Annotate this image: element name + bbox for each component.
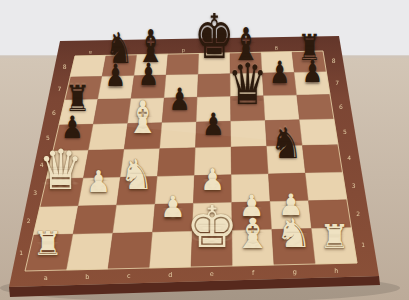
white-king-e1[interactable]: ♚♚ — [185, 199, 238, 256]
square-f4[interactable] — [231, 146, 268, 174]
black-pawn-d6[interactable]: ♟♟ — [169, 84, 191, 115]
file-label-top-g: g — [275, 45, 278, 52]
piece-reflection: ♛ — [38, 164, 83, 192]
square-c1[interactable] — [108, 232, 153, 269]
rank-label-left-2: 2 — [27, 217, 31, 224]
file-label-bottom-b: b — [85, 273, 89, 281]
rank-label-left-3: 3 — [33, 189, 37, 196]
rank-label-left-1: 1 — [19, 249, 23, 256]
rank-label-right-1: 1 — [361, 241, 365, 248]
piece-reflection: ♟ — [169, 96, 191, 111]
piece-reflection: ♟ — [269, 70, 290, 85]
file-label-bottom-h: h — [334, 267, 338, 275]
piece-reflection: ♟ — [87, 179, 111, 194]
piece-reflection: ♝ — [126, 113, 159, 136]
rank-label-left-7: 7 — [58, 85, 62, 92]
piece-reflection: ♜ — [33, 239, 63, 255]
white-pawn-b3[interactable]: ♟♟ — [87, 167, 111, 197]
rank-label-left-8: 8 — [63, 63, 67, 70]
white-rook-h1[interactable]: ♜♜ — [320, 220, 350, 253]
square-b2[interactable] — [73, 205, 117, 234]
white-bishop-c5[interactable]: ♝♝ — [126, 96, 159, 141]
square-h4[interactable] — [302, 145, 342, 173]
square-h3[interactable] — [305, 172, 346, 200]
white-knight-g1[interactable]: ♞♞ — [275, 214, 312, 254]
piece-reflection: ♛ — [228, 78, 268, 107]
black-pawn-e5[interactable]: ♟♟ — [202, 109, 225, 140]
piece-reflection: ♟ — [160, 205, 185, 220]
piece-reflection: ♟ — [105, 73, 126, 88]
piece-reflection: ♟ — [200, 176, 224, 191]
piece-reflection: ♝ — [234, 229, 273, 250]
file-label-bottom-c: c — [127, 272, 131, 280]
rank-label-right-2: 2 — [356, 210, 360, 217]
file-label-bottom-a: a — [44, 274, 48, 282]
black-queen-f6[interactable]: ♛♛ — [228, 56, 268, 113]
rank-label-right-8: 8 — [332, 57, 336, 64]
piece-reflection: ♞ — [270, 139, 303, 160]
piece-reflection: ♞ — [275, 229, 312, 249]
rank-label-right-3: 3 — [352, 182, 356, 189]
file-label-top-a: a — [89, 50, 92, 56]
rank-label-right-7: 7 — [335, 79, 339, 86]
rank-label-left-6: 6 — [52, 109, 56, 116]
white-queen-a3[interactable]: ♛♛ — [38, 143, 83, 198]
rank-label-right-5: 5 — [343, 128, 347, 135]
rank-label-right-4: 4 — [347, 154, 351, 161]
black-pawn-b7[interactable]: ♟♟ — [105, 61, 126, 92]
chessboard-photo-scene: aabbccddeeffgghh8877665544332211 ♞♞♝♝♚♚♝… — [0, 0, 409, 300]
piece-reflection: ♟ — [138, 72, 159, 87]
piece-reflection: ♜ — [320, 232, 350, 248]
black-pawn-h7[interactable]: ♟♟ — [302, 57, 323, 88]
file-label-bottom-g: g — [293, 268, 297, 276]
black-knight-g4[interactable]: ♞♞ — [270, 123, 303, 165]
white-rook-a1[interactable]: ♜♜ — [33, 227, 63, 260]
black-pawn-g7[interactable]: ♟♟ — [269, 58, 290, 89]
square-d4[interactable] — [157, 148, 195, 177]
white-bishop-f1[interactable]: ♝♝ — [234, 213, 273, 255]
square-c2[interactable] — [113, 204, 155, 233]
file-label-bottom-e: e — [210, 270, 214, 278]
piece-reflection: ♚ — [185, 220, 238, 249]
square-b5[interactable] — [89, 124, 128, 151]
rank-label-right-6: 6 — [339, 103, 343, 110]
white-pawn-e3[interactable]: ♟♟ — [200, 165, 224, 195]
white-pawn-d2[interactable]: ♟♟ — [160, 194, 185, 223]
black-pawn-c7[interactable]: ♟♟ — [138, 60, 159, 91]
file-label-top-d: d — [182, 48, 185, 54]
piece-reflection: ♟ — [202, 121, 225, 136]
white-knight-c3[interactable]: ♞♞ — [120, 155, 154, 197]
file-label-bottom-d: d — [168, 271, 172, 279]
piece-reflection: ♞ — [120, 171, 154, 192]
piece-reflection: ♟ — [302, 69, 323, 84]
square-b1[interactable] — [67, 233, 113, 270]
